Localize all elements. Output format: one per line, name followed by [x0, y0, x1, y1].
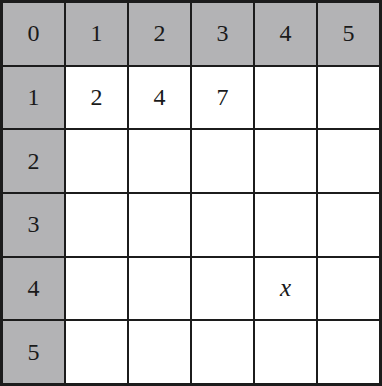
col-header-2: 2 — [129, 3, 190, 65]
cell-r2-c3[interactable] — [192, 130, 253, 192]
row-header-2: 2 — [3, 130, 64, 192]
cell-r1-c1[interactable]: 2 — [66, 67, 127, 129]
cell-r2-c5[interactable] — [318, 130, 379, 192]
col-header-1: 1 — [66, 3, 127, 65]
cell-r5-c3[interactable] — [192, 321, 253, 383]
cell-r3-c2[interactable] — [129, 194, 190, 256]
cell-r2-c1[interactable] — [66, 130, 127, 192]
col-header-3: 3 — [192, 3, 253, 65]
cell-r1-c3[interactable]: 7 — [192, 67, 253, 129]
cell-r5-c4[interactable] — [255, 321, 316, 383]
col-header-4: 4 — [255, 3, 316, 65]
cell-r4-c3[interactable] — [192, 258, 253, 320]
cell-r1-c2[interactable]: 4 — [129, 67, 190, 129]
row-header-5: 5 — [3, 321, 64, 383]
cell-r1-c4[interactable] — [255, 67, 316, 129]
cell-r3-c3[interactable] — [192, 194, 253, 256]
cell-r2-c2[interactable] — [129, 130, 190, 192]
cell-r3-c1[interactable] — [66, 194, 127, 256]
cell-r4-c4-unknown-x[interactable]: x — [255, 258, 316, 320]
cell-r1-c5[interactable] — [318, 67, 379, 129]
cell-r5-c2[interactable] — [129, 321, 190, 383]
row-header-3: 3 — [3, 194, 64, 256]
row-header-1: 1 — [3, 67, 64, 129]
cell-r3-c5[interactable] — [318, 194, 379, 256]
cell-r4-c2[interactable] — [129, 258, 190, 320]
col-header-0: 0 — [3, 3, 64, 65]
cell-r4-c5[interactable] — [318, 258, 379, 320]
cell-r4-c1[interactable] — [66, 258, 127, 320]
cell-r5-c5[interactable] — [318, 321, 379, 383]
row-header-4: 4 — [3, 258, 64, 320]
puzzle-grid: 0 1 2 3 4 5 1 2 4 7 2 3 4 x 5 — [0, 0, 382, 386]
cell-r2-c4[interactable] — [255, 130, 316, 192]
col-header-5: 5 — [318, 3, 379, 65]
cell-r5-c1[interactable] — [66, 321, 127, 383]
cell-r3-c4[interactable] — [255, 194, 316, 256]
